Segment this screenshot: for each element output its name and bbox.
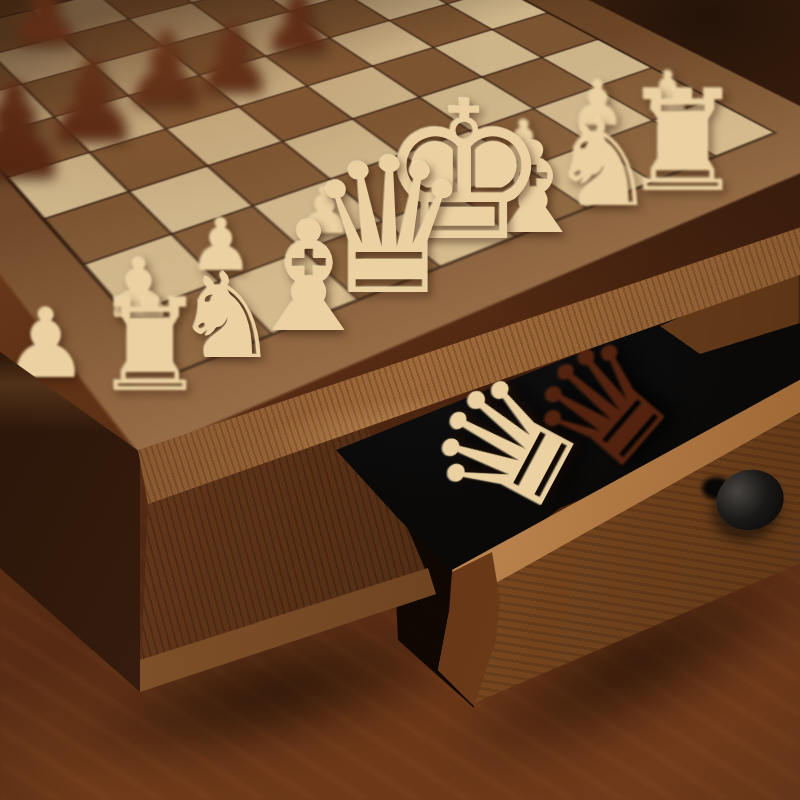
white-rook-a1[interactable]: ♜ [93, 282, 208, 410]
black-pawn[interactable]: ♟ [0, 66, 72, 196]
chess-photo-scene: ♟♟♟♟♟♟♟♜♟♞♟♝♟♛♟♚♟♝♟♞♟♜ ♛♛ [0, 0, 800, 800]
